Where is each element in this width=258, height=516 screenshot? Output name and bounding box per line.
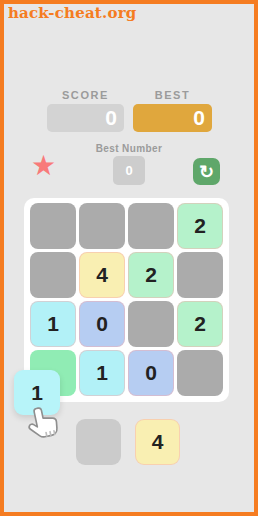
grid-cell-r2c4[interactable] [177, 252, 223, 298]
refresh-icon: ↻ [199, 163, 214, 181]
grid-cell-r1c1[interactable] [30, 203, 76, 249]
tile-tray: 4 [76, 419, 180, 465]
tray-slot-1[interactable] [76, 419, 121, 465]
watermark-text: hack-cheat.org [8, 4, 136, 22]
tray-slot-2[interactable]: 4 [135, 419, 180, 465]
score-label: SCORE [47, 89, 124, 101]
grid-cell-r1c4[interactable]: 2 [177, 203, 223, 249]
restart-button[interactable]: ↻ [193, 158, 220, 185]
score-value: 0 [47, 104, 124, 132]
grid-cell-r3c4[interactable]: 2 [177, 301, 223, 347]
best-panel: BEST 0 [133, 89, 212, 132]
grid-cell-r2c1[interactable] [30, 252, 76, 298]
grid-cell-r3c2[interactable]: 0 [79, 301, 125, 347]
grid-cell-r2c2[interactable]: 4 [79, 252, 125, 298]
game-screen: hack-cheat.org SCORE 0 BEST 0 Best Numbe… [0, 0, 258, 516]
grid-cell-r3c1[interactable]: 1 [30, 301, 76, 347]
grid-cell-r4c3[interactable]: 0 [128, 350, 174, 396]
best-number-value: 0 [113, 156, 145, 185]
star-icon[interactable]: ★ [31, 152, 56, 180]
grid-cell-r1c2[interactable] [79, 203, 125, 249]
grid-cell-r2c3[interactable]: 2 [128, 252, 174, 298]
score-panel: SCORE 0 [47, 89, 124, 132]
grid-cell-r3c3[interactable] [128, 301, 174, 347]
grid-cell-r1c3[interactable] [128, 203, 174, 249]
grid-cell-r4c2[interactable]: 1 [79, 350, 125, 396]
best-label: BEST [133, 89, 212, 101]
best-value: 0 [133, 104, 212, 132]
best-number-label: Best Number [79, 143, 179, 154]
grid-cell-r4c4[interactable] [177, 350, 223, 396]
